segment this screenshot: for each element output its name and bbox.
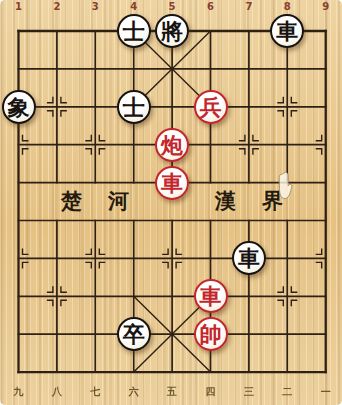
piece-black-general[interactable]: 將 <box>155 14 189 48</box>
file-label-top-1: 1 <box>15 1 22 12</box>
piece-red-chariot[interactable]: 車 <box>194 279 228 313</box>
file-label-bottom-4: 六 <box>129 385 139 399</box>
file-label-bottom-3: 七 <box>90 385 100 399</box>
hand-cursor-icon <box>276 170 296 208</box>
piece-red-cannon[interactable]: 炮 <box>155 128 189 162</box>
file-label-top-6: 6 <box>207 1 214 12</box>
file-label-bottom-1: 九 <box>14 385 24 399</box>
file-label-bottom-9: 一 <box>321 385 331 399</box>
file-label-top-7: 7 <box>245 1 252 12</box>
piece-red-chariot[interactable]: 車 <box>155 166 189 200</box>
piece-black-elephant[interactable]: 象 <box>2 90 36 124</box>
file-label-top-5: 5 <box>169 1 176 12</box>
file-label-top-8: 8 <box>284 1 291 12</box>
piece-red-soldier[interactable]: 兵 <box>194 90 228 124</box>
river-label-chu-he: 楚河 <box>61 187 155 215</box>
file-label-top-4: 4 <box>130 1 137 12</box>
file-label-bottom-5: 五 <box>167 385 177 399</box>
piece-black-advisor[interactable]: 士 <box>117 90 151 124</box>
piece-black-advisor[interactable]: 士 <box>117 14 151 48</box>
piece-red-general[interactable]: 帥 <box>194 317 228 351</box>
file-label-bottom-7: 三 <box>244 385 254 399</box>
xiangqi-board: 123456789 九八七六五四三二一 楚河 漢界 士將車象士兵炮車車車卒帥 <box>0 0 342 405</box>
file-label-bottom-8: 二 <box>282 385 292 399</box>
file-label-top-9: 9 <box>322 1 329 12</box>
file-label-bottom-2: 八 <box>52 385 62 399</box>
file-label-top-3: 3 <box>92 1 99 12</box>
file-label-bottom-6: 四 <box>206 385 216 399</box>
piece-black-soldier[interactable]: 卒 <box>117 317 151 351</box>
file-label-top-2: 2 <box>53 1 60 12</box>
